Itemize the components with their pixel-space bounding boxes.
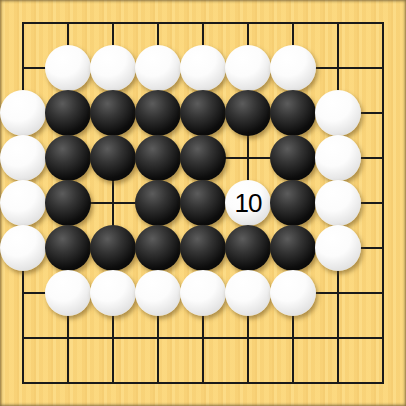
intersection-r7c1[interactable] [1, 271, 46, 316]
black-stone [180, 225, 226, 271]
intersection-r9c5[interactable] [181, 361, 226, 406]
intersection-r8c5[interactable] [181, 316, 226, 361]
intersection-r8c1[interactable] [1, 316, 46, 361]
intersection-r1c2[interactable] [46, 1, 91, 46]
white-stone [225, 270, 271, 316]
intersection-r7c8[interactable] [316, 271, 361, 316]
black-stone [270, 225, 316, 271]
intersection-r2c4[interactable] [136, 46, 181, 91]
intersection-r7c2[interactable] [46, 271, 91, 316]
intersection-r3c7[interactable] [271, 91, 316, 136]
go-board: 10 [0, 0, 406, 406]
black-stone [45, 225, 91, 271]
intersection-r4c7[interactable] [271, 136, 316, 181]
intersection-r6c1[interactable] [1, 226, 46, 271]
black-stone [270, 135, 316, 181]
intersection-r1c5[interactable] [181, 1, 226, 46]
intersection-r7c7[interactable] [271, 271, 316, 316]
black-stone [135, 225, 181, 271]
intersection-r9c4[interactable] [136, 361, 181, 406]
black-stone [180, 90, 226, 136]
intersection-r9c3[interactable] [91, 361, 136, 406]
intersection-r4c1[interactable] [1, 136, 46, 181]
intersection-r4c3[interactable] [91, 136, 136, 181]
intersection-r1c1[interactable] [1, 1, 46, 46]
intersection-r7c3[interactable] [91, 271, 136, 316]
intersection-r5c2[interactable] [46, 181, 91, 226]
intersection-r8c8[interactable] [316, 316, 361, 361]
intersection-r8c6[interactable] [226, 316, 271, 361]
white-stone [270, 45, 316, 91]
white-stone [225, 45, 271, 91]
intersection-r2c6[interactable] [226, 46, 271, 91]
intersection-r3c1[interactable] [1, 91, 46, 136]
intersection-r2c2[interactable] [46, 46, 91, 91]
black-stone [45, 135, 91, 181]
intersection-r5c9[interactable] [361, 181, 406, 226]
intersection-r4c2[interactable] [46, 136, 91, 181]
white-stone [315, 135, 361, 181]
intersection-r6c9[interactable] [361, 226, 406, 271]
intersection-r9c2[interactable] [46, 361, 91, 406]
intersection-r8c7[interactable] [271, 316, 316, 361]
intersection-r3c8[interactable] [316, 91, 361, 136]
white-stone [135, 270, 181, 316]
black-stone [225, 90, 271, 136]
intersection-r2c9[interactable] [361, 46, 406, 91]
board-intersections: 10 [1, 1, 406, 406]
intersection-r6c8[interactable] [316, 226, 361, 271]
white-stone [90, 270, 136, 316]
intersection-r3c3[interactable] [91, 91, 136, 136]
white-stone [180, 270, 226, 316]
intersection-r3c2[interactable] [46, 91, 91, 136]
intersection-r4c6[interactable] [226, 136, 271, 181]
intersection-r5c4[interactable] [136, 181, 181, 226]
intersection-r5c7[interactable] [271, 181, 316, 226]
black-stone [180, 180, 226, 226]
white-stone [90, 45, 136, 91]
black-stone [180, 135, 226, 181]
intersection-r4c8[interactable] [316, 136, 361, 181]
intersection-r3c4[interactable] [136, 91, 181, 136]
intersection-r1c7[interactable] [271, 1, 316, 46]
intersection-r1c3[interactable] [91, 1, 136, 46]
intersection-r5c5[interactable] [181, 181, 226, 226]
white-stone [180, 45, 226, 91]
intersection-r3c6[interactable] [226, 91, 271, 136]
intersection-r6c5[interactable] [181, 226, 226, 271]
intersection-r7c5[interactable] [181, 271, 226, 316]
black-stone [45, 90, 91, 136]
black-stone [270, 90, 316, 136]
white-stone [0, 90, 46, 136]
intersection-r7c6[interactable] [226, 271, 271, 316]
black-stone [90, 90, 136, 136]
intersection-r1c9[interactable] [361, 1, 406, 46]
intersection-r9c1[interactable] [1, 361, 46, 406]
white-stone [315, 225, 361, 271]
intersection-r1c4[interactable] [136, 1, 181, 46]
white-stone [0, 135, 46, 181]
intersection-r4c5[interactable] [181, 136, 226, 181]
white-stone [315, 90, 361, 136]
intersection-r2c5[interactable] [181, 46, 226, 91]
white-stone-move-label: 10 [225, 180, 271, 226]
intersection-r5c8[interactable] [316, 181, 361, 226]
black-stone [135, 180, 181, 226]
intersection-r5c1[interactable] [1, 181, 46, 226]
black-stone [135, 90, 181, 136]
white-stone [270, 270, 316, 316]
intersection-r1c6[interactable] [226, 1, 271, 46]
intersection-r2c3[interactable] [91, 46, 136, 91]
intersection-r3c5[interactable] [181, 91, 226, 136]
intersection-r6c4[interactable] [136, 226, 181, 271]
intersection-r5c3[interactable] [91, 181, 136, 226]
intersection-r5c6[interactable]: 10 [226, 181, 271, 226]
black-stone [90, 225, 136, 271]
intersection-r2c1[interactable] [1, 46, 46, 91]
intersection-r9c8[interactable] [316, 361, 361, 406]
intersection-r6c2[interactable] [46, 226, 91, 271]
intersection-r9c6[interactable] [226, 361, 271, 406]
intersection-r6c3[interactable] [91, 226, 136, 271]
white-stone [45, 270, 91, 316]
black-stone [225, 225, 271, 271]
intersection-r7c4[interactable] [136, 271, 181, 316]
intersection-r3c9[interactable] [361, 91, 406, 136]
intersection-r8c9[interactable] [361, 316, 406, 361]
white-stone [0, 225, 46, 271]
intersection-r4c9[interactable] [361, 136, 406, 181]
white-stone [315, 180, 361, 226]
intersection-r8c2[interactable] [46, 316, 91, 361]
intersection-r6c7[interactable] [271, 226, 316, 271]
intersection-r6c6[interactable] [226, 226, 271, 271]
intersection-r9c7[interactable] [271, 361, 316, 406]
black-stone [270, 180, 316, 226]
intersection-r2c7[interactable] [271, 46, 316, 91]
black-stone [135, 135, 181, 181]
intersection-r9c9[interactable] [361, 361, 406, 406]
intersection-r1c8[interactable] [316, 1, 361, 46]
white-stone [45, 45, 91, 91]
intersection-r8c4[interactable] [136, 316, 181, 361]
white-stone [135, 45, 181, 91]
intersection-r8c3[interactable] [91, 316, 136, 361]
black-stone [45, 180, 91, 226]
black-stone [90, 135, 136, 181]
white-stone [0, 180, 46, 226]
intersection-r7c9[interactable] [361, 271, 406, 316]
intersection-r2c8[interactable] [316, 46, 361, 91]
intersection-r4c4[interactable] [136, 136, 181, 181]
